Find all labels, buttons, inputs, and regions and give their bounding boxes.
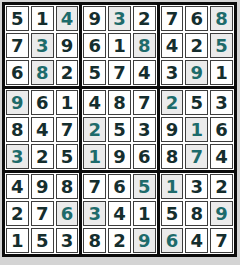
- cell-r2c5[interactable]: 1: [108, 33, 131, 58]
- cell-r8c4[interactable]: 3: [83, 201, 106, 226]
- cell-r2c4[interactable]: 6: [83, 33, 106, 58]
- cell-r8c9[interactable]: 9: [210, 201, 233, 226]
- cell-r7c8[interactable]: 3: [185, 174, 208, 199]
- cell-r9c9[interactable]: 7: [210, 228, 233, 253]
- cell-r6c2[interactable]: 2: [31, 144, 54, 169]
- cell-r5c2[interactable]: 4: [31, 117, 54, 142]
- cell-r4c3[interactable]: 1: [56, 90, 79, 115]
- cell-r3c2[interactable]: 8: [31, 60, 54, 85]
- cell-r7c7[interactable]: 1: [161, 174, 184, 199]
- cell-r9c6[interactable]: 9: [133, 228, 156, 253]
- cell-r8c1[interactable]: 2: [6, 201, 29, 226]
- cell-r9c8[interactable]: 4: [185, 228, 208, 253]
- sudoku-box-2: 932618574: [82, 5, 156, 86]
- cell-r3c6[interactable]: 4: [133, 60, 156, 85]
- cell-r3c9[interactable]: 1: [210, 60, 233, 85]
- cell-r4c2[interactable]: 6: [31, 90, 54, 115]
- sudoku-box-5: 487253196: [82, 89, 156, 170]
- sudoku-box-1: 514739682: [5, 5, 79, 86]
- cell-r1c3[interactable]: 4: [56, 6, 79, 31]
- cell-r9c5[interactable]: 2: [108, 228, 131, 253]
- cell-r6c7[interactable]: 8: [161, 144, 184, 169]
- cell-r9c3[interactable]: 3: [56, 228, 79, 253]
- cell-r8c2[interactable]: 7: [31, 201, 54, 226]
- cell-r1c4[interactable]: 9: [83, 6, 106, 31]
- cell-r3c1[interactable]: 6: [6, 60, 29, 85]
- cell-r2c9[interactable]: 5: [210, 33, 233, 58]
- cell-r4c5[interactable]: 8: [108, 90, 131, 115]
- cell-r1c9[interactable]: 8: [210, 6, 233, 31]
- cell-r8c7[interactable]: 5: [161, 201, 184, 226]
- cell-r1c5[interactable]: 3: [108, 6, 131, 31]
- cell-r4c1[interactable]: 9: [6, 90, 29, 115]
- cell-r4c6[interactable]: 7: [133, 90, 156, 115]
- cell-r3c3[interactable]: 2: [56, 60, 79, 85]
- cell-r7c1[interactable]: 4: [6, 174, 29, 199]
- cell-r2c8[interactable]: 2: [185, 33, 208, 58]
- cell-r6c9[interactable]: 4: [210, 144, 233, 169]
- cell-r1c8[interactable]: 6: [185, 6, 208, 31]
- sudoku-board: 5147396829326185747684253919618473254872…: [2, 2, 237, 257]
- cell-r3c8[interactable]: 9: [185, 60, 208, 85]
- cell-r7c9[interactable]: 2: [210, 174, 233, 199]
- cell-r7c2[interactable]: 9: [31, 174, 54, 199]
- cell-r5c8[interactable]: 1: [185, 117, 208, 142]
- cell-r6c4[interactable]: 1: [83, 144, 106, 169]
- cell-r6c5[interactable]: 9: [108, 144, 131, 169]
- cell-r6c8[interactable]: 7: [185, 144, 208, 169]
- cell-r1c1[interactable]: 5: [6, 6, 29, 31]
- cell-r1c6[interactable]: 2: [133, 6, 156, 31]
- sudoku-box-8: 765341829: [82, 173, 156, 254]
- cell-r4c9[interactable]: 3: [210, 90, 233, 115]
- sudoku-box-3: 768425391: [160, 5, 234, 86]
- cell-r5c7[interactable]: 9: [161, 117, 184, 142]
- cell-r5c9[interactable]: 6: [210, 117, 233, 142]
- cell-r6c1[interactable]: 3: [6, 144, 29, 169]
- cell-r6c6[interactable]: 6: [133, 144, 156, 169]
- cell-r9c1[interactable]: 1: [6, 228, 29, 253]
- cell-r8c8[interactable]: 8: [185, 201, 208, 226]
- cell-r8c5[interactable]: 4: [108, 201, 131, 226]
- cell-r3c4[interactable]: 5: [83, 60, 106, 85]
- cell-r5c4[interactable]: 2: [83, 117, 106, 142]
- cell-r2c1[interactable]: 7: [6, 33, 29, 58]
- cell-r4c4[interactable]: 4: [83, 90, 106, 115]
- sudoku-box-9: 132589647: [160, 173, 234, 254]
- cell-r5c5[interactable]: 5: [108, 117, 131, 142]
- cell-r3c5[interactable]: 7: [108, 60, 131, 85]
- cell-r5c6[interactable]: 3: [133, 117, 156, 142]
- cell-r9c4[interactable]: 8: [83, 228, 106, 253]
- sudoku-box-7: 498276153: [5, 173, 79, 254]
- cell-r8c6[interactable]: 1: [133, 201, 156, 226]
- cell-r4c7[interactable]: 2: [161, 90, 184, 115]
- cell-r2c3[interactable]: 9: [56, 33, 79, 58]
- cell-r4c8[interactable]: 5: [185, 90, 208, 115]
- cell-r2c2[interactable]: 3: [31, 33, 54, 58]
- cell-r7c3[interactable]: 8: [56, 174, 79, 199]
- cell-r1c2[interactable]: 1: [31, 6, 54, 31]
- cell-r7c5[interactable]: 6: [108, 174, 131, 199]
- sudoku-box-6: 253916874: [160, 89, 234, 170]
- cell-r6c3[interactable]: 5: [56, 144, 79, 169]
- cell-r2c7[interactable]: 4: [161, 33, 184, 58]
- sudoku-box-4: 961847325: [5, 89, 79, 170]
- cell-r3c7[interactable]: 3: [161, 60, 184, 85]
- cell-r1c7[interactable]: 7: [161, 6, 184, 31]
- cell-r5c3[interactable]: 7: [56, 117, 79, 142]
- cell-r8c3[interactable]: 6: [56, 201, 79, 226]
- cell-r9c7[interactable]: 6: [161, 228, 184, 253]
- cell-r5c1[interactable]: 8: [6, 117, 29, 142]
- cell-r2c6[interactable]: 8: [133, 33, 156, 58]
- cell-r7c6[interactable]: 5: [133, 174, 156, 199]
- cell-r9c2[interactable]: 5: [31, 228, 54, 253]
- cell-r7c4[interactable]: 7: [83, 174, 106, 199]
